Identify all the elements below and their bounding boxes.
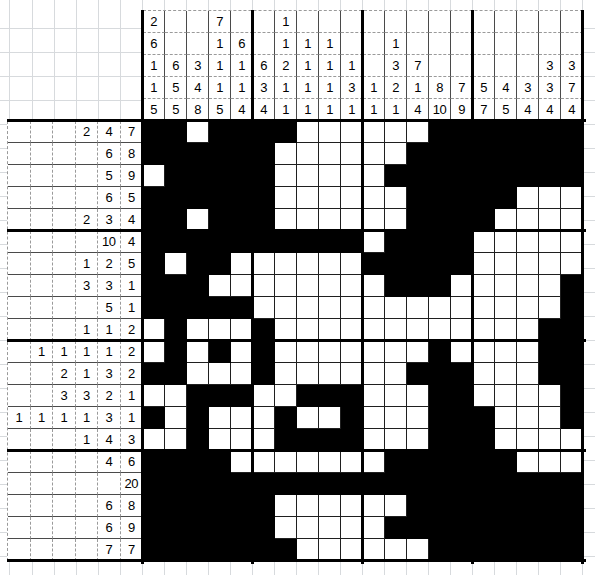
- grid-cell-r13-c4[interactable]: [209, 385, 231, 407]
- grid-cell-r18-c20[interactable]: [561, 495, 583, 517]
- grid-cell-r19-c17[interactable]: [495, 517, 517, 539]
- grid-cell-r11-c1[interactable]: [143, 341, 165, 363]
- grid-cell-r7-c5[interactable]: [231, 253, 253, 275]
- grid-cell-r4-c12[interactable]: [385, 187, 407, 209]
- grid-cell-r7-c15[interactable]: [451, 253, 473, 275]
- grid-cell-r18-c3[interactable]: [187, 495, 209, 517]
- grid-cell-r12-c18[interactable]: [517, 363, 539, 385]
- grid-cell-r7-c17[interactable]: [495, 253, 517, 275]
- grid-cell-r16-c16[interactable]: [473, 451, 495, 473]
- grid-cell-r8-c18[interactable]: [517, 275, 539, 297]
- grid-cell-r2-c14[interactable]: [429, 143, 451, 165]
- grid-cell-r13-c3[interactable]: [187, 385, 209, 407]
- grid-cell-r20-c11[interactable]: [363, 539, 385, 561]
- grid-cell-r4-c10[interactable]: [341, 187, 363, 209]
- grid-cell-r3-c2[interactable]: [165, 165, 187, 187]
- grid-cell-r12-c10[interactable]: [341, 363, 363, 385]
- grid-cell-r18-c19[interactable]: [539, 495, 561, 517]
- grid-cell-r14-c15[interactable]: [451, 407, 473, 429]
- grid-cell-r15-c15[interactable]: [451, 429, 473, 451]
- grid-cell-r17-c5[interactable]: [231, 473, 253, 495]
- grid-cell-r5-c14[interactable]: [429, 209, 451, 231]
- grid-cell-r8-c8[interactable]: [297, 275, 319, 297]
- grid-cell-r6-c20[interactable]: [561, 231, 583, 253]
- grid-cell-r8-c16[interactable]: [473, 275, 495, 297]
- grid-cell-r11-c17[interactable]: [495, 341, 517, 363]
- grid-cell-r10-c1[interactable]: [143, 319, 165, 341]
- grid-cell-r20-c5[interactable]: [231, 539, 253, 561]
- grid-cell-r9-c5[interactable]: [231, 297, 253, 319]
- grid-cell-r5-c10[interactable]: [341, 209, 363, 231]
- grid-cell-r16-c14[interactable]: [429, 451, 451, 473]
- grid-cell-r13-c10[interactable]: [341, 385, 363, 407]
- grid-cell-r13-c2[interactable]: [165, 385, 187, 407]
- grid-cell-r6-c6[interactable]: [253, 231, 275, 253]
- grid-cell-r19-c10[interactable]: [341, 517, 363, 539]
- grid-cell-r6-c14[interactable]: [429, 231, 451, 253]
- grid-cell-r13-c7[interactable]: [275, 385, 297, 407]
- grid-cell-r19-c12[interactable]: [385, 517, 407, 539]
- grid-cell-r9-c20[interactable]: [561, 297, 583, 319]
- grid-cell-r10-c9[interactable]: [319, 319, 341, 341]
- grid-cell-r8-c12[interactable]: [385, 275, 407, 297]
- grid-cell-r17-c15[interactable]: [451, 473, 473, 495]
- grid-cell-r3-c15[interactable]: [451, 165, 473, 187]
- grid-cell-r1-c7[interactable]: [275, 121, 297, 143]
- grid-cell-r8-c4[interactable]: [209, 275, 231, 297]
- grid-cell-r3-c6[interactable]: [253, 165, 275, 187]
- grid-cell-r11-c18[interactable]: [517, 341, 539, 363]
- grid-cell-r3-c16[interactable]: [473, 165, 495, 187]
- grid-cell-r6-c17[interactable]: [495, 231, 517, 253]
- grid-cell-r6-c10[interactable]: [341, 231, 363, 253]
- grid-cell-r4-c13[interactable]: [407, 187, 429, 209]
- grid-cell-r13-c13[interactable]: [407, 385, 429, 407]
- grid-cell-r10-c15[interactable]: [451, 319, 473, 341]
- grid-cell-r18-c5[interactable]: [231, 495, 253, 517]
- grid-cell-r14-c6[interactable]: [253, 407, 275, 429]
- grid-cell-r15-c14[interactable]: [429, 429, 451, 451]
- grid-cell-r8-c13[interactable]: [407, 275, 429, 297]
- grid-cell-r7-c13[interactable]: [407, 253, 429, 275]
- grid-cell-r20-c20[interactable]: [561, 539, 583, 561]
- grid-cell-r13-c12[interactable]: [385, 385, 407, 407]
- grid-cell-r5-c5[interactable]: [231, 209, 253, 231]
- grid-cell-r12-c11[interactable]: [363, 363, 385, 385]
- grid-cell-r17-c19[interactable]: [539, 473, 561, 495]
- grid-cell-r6-c5[interactable]: [231, 231, 253, 253]
- grid-cell-r3-c9[interactable]: [319, 165, 341, 187]
- grid-cell-r7-c7[interactable]: [275, 253, 297, 275]
- grid-cell-r1-c18[interactable]: [517, 121, 539, 143]
- grid-cell-r2-c16[interactable]: [473, 143, 495, 165]
- grid-cell-r3-c8[interactable]: [297, 165, 319, 187]
- grid-cell-r17-c2[interactable]: [165, 473, 187, 495]
- grid-cell-r9-c2[interactable]: [165, 297, 187, 319]
- grid-cell-r1-c1[interactable]: [143, 121, 165, 143]
- grid-cell-r17-c10[interactable]: [341, 473, 363, 495]
- grid-cell-r9-c1[interactable]: [143, 297, 165, 319]
- grid-cell-r19-c8[interactable]: [297, 517, 319, 539]
- grid-cell-r17-c11[interactable]: [363, 473, 385, 495]
- grid-cell-r13-c14[interactable]: [429, 385, 451, 407]
- grid-cell-r13-c1[interactable]: [143, 385, 165, 407]
- grid-cell-r14-c14[interactable]: [429, 407, 451, 429]
- grid-cell-r1-c20[interactable]: [561, 121, 583, 143]
- grid-cell-r20-c4[interactable]: [209, 539, 231, 561]
- grid-cell-r15-c4[interactable]: [209, 429, 231, 451]
- grid-cell-r5-c9[interactable]: [319, 209, 341, 231]
- grid-cell-r20-c12[interactable]: [385, 539, 407, 561]
- grid-cell-r9-c10[interactable]: [341, 297, 363, 319]
- grid-cell-r17-c3[interactable]: [187, 473, 209, 495]
- grid-cell-r16-c11[interactable]: [363, 451, 385, 473]
- grid-cell-r1-c11[interactable]: [363, 121, 385, 143]
- grid-cell-r9-c7[interactable]: [275, 297, 297, 319]
- grid-cell-r10-c8[interactable]: [297, 319, 319, 341]
- grid-cell-r5-c4[interactable]: [209, 209, 231, 231]
- grid-cell-r8-c11[interactable]: [363, 275, 385, 297]
- grid-cell-r2-c15[interactable]: [451, 143, 473, 165]
- grid-cell-r4-c5[interactable]: [231, 187, 253, 209]
- grid-cell-r15-c8[interactable]: [297, 429, 319, 451]
- grid-cell-r15-c2[interactable]: [165, 429, 187, 451]
- grid-cell-r16-c20[interactable]: [561, 451, 583, 473]
- grid-cell-r14-c7[interactable]: [275, 407, 297, 429]
- grid-cell-r16-c12[interactable]: [385, 451, 407, 473]
- grid-cell-r19-c1[interactable]: [143, 517, 165, 539]
- grid-cell-r20-c14[interactable]: [429, 539, 451, 561]
- grid-cell-r10-c14[interactable]: [429, 319, 451, 341]
- grid-cell-r4-c4[interactable]: [209, 187, 231, 209]
- grid-cell-r18-c18[interactable]: [517, 495, 539, 517]
- grid-cell-r3-c14[interactable]: [429, 165, 451, 187]
- grid-cell-r1-c9[interactable]: [319, 121, 341, 143]
- grid-cell-r18-c7[interactable]: [275, 495, 297, 517]
- grid-cell-r20-c17[interactable]: [495, 539, 517, 561]
- grid-cell-r8-c3[interactable]: [187, 275, 209, 297]
- grid-cell-r14-c16[interactable]: [473, 407, 495, 429]
- grid-cell-r19-c18[interactable]: [517, 517, 539, 539]
- grid-cell-r19-c3[interactable]: [187, 517, 209, 539]
- grid-cell-r6-c7[interactable]: [275, 231, 297, 253]
- grid-cell-r9-c18[interactable]: [517, 297, 539, 319]
- grid-cell-r2-c8[interactable]: [297, 143, 319, 165]
- grid-cell-r15-c5[interactable]: [231, 429, 253, 451]
- grid-cell-r2-c3[interactable]: [187, 143, 209, 165]
- grid-cell-r8-c6[interactable]: [253, 275, 275, 297]
- grid-cell-r11-c4[interactable]: [209, 341, 231, 363]
- grid-cell-r3-c4[interactable]: [209, 165, 231, 187]
- grid-cell-r1-c10[interactable]: [341, 121, 363, 143]
- grid-cell-r19-c19[interactable]: [539, 517, 561, 539]
- grid-cell-r18-c2[interactable]: [165, 495, 187, 517]
- grid-cell-r11-c12[interactable]: [385, 341, 407, 363]
- grid-cell-r4-c9[interactable]: [319, 187, 341, 209]
- grid-cell-r6-c4[interactable]: [209, 231, 231, 253]
- grid-cell-r16-c6[interactable]: [253, 451, 275, 473]
- grid-cell-r13-c16[interactable]: [473, 385, 495, 407]
- grid-cell-r5-c3[interactable]: [187, 209, 209, 231]
- grid-cell-r14-c5[interactable]: [231, 407, 253, 429]
- grid-cell-r6-c12[interactable]: [385, 231, 407, 253]
- grid-cell-r8-c10[interactable]: [341, 275, 363, 297]
- grid-cell-r14-c11[interactable]: [363, 407, 385, 429]
- grid-cell-r9-c13[interactable]: [407, 297, 429, 319]
- grid-cell-r6-c11[interactable]: [363, 231, 385, 253]
- grid-cell-r10-c20[interactable]: [561, 319, 583, 341]
- grid-cell-r20-c13[interactable]: [407, 539, 429, 561]
- grid-cell-r16-c13[interactable]: [407, 451, 429, 473]
- grid-cell-r20-c16[interactable]: [473, 539, 495, 561]
- grid-cell-r12-c5[interactable]: [231, 363, 253, 385]
- grid-cell-r11-c14[interactable]: [429, 341, 451, 363]
- grid-cell-r1-c2[interactable]: [165, 121, 187, 143]
- grid-cell-r18-c16[interactable]: [473, 495, 495, 517]
- grid-cell-r10-c13[interactable]: [407, 319, 429, 341]
- grid-cell-r17-c14[interactable]: [429, 473, 451, 495]
- grid-cell-r6-c19[interactable]: [539, 231, 561, 253]
- grid-cell-r9-c6[interactable]: [253, 297, 275, 319]
- grid-cell-r9-c16[interactable]: [473, 297, 495, 319]
- grid-cell-r6-c9[interactable]: [319, 231, 341, 253]
- grid-cell-r12-c12[interactable]: [385, 363, 407, 385]
- grid-cell-r11-c15[interactable]: [451, 341, 473, 363]
- grid-cell-r2-c5[interactable]: [231, 143, 253, 165]
- grid-cell-r3-c11[interactable]: [363, 165, 385, 187]
- grid-cell-r15-c19[interactable]: [539, 429, 561, 451]
- grid-cell-r15-c17[interactable]: [495, 429, 517, 451]
- grid-cell-r15-c10[interactable]: [341, 429, 363, 451]
- grid-cell-r2-c2[interactable]: [165, 143, 187, 165]
- grid-cell-r8-c1[interactable]: [143, 275, 165, 297]
- grid-cell-r18-c6[interactable]: [253, 495, 275, 517]
- grid-cell-r16-c8[interactable]: [297, 451, 319, 473]
- grid-cell-r19-c14[interactable]: [429, 517, 451, 539]
- grid-cell-r3-c18[interactable]: [517, 165, 539, 187]
- grid-cell-r15-c13[interactable]: [407, 429, 429, 451]
- grid-cell-r4-c8[interactable]: [297, 187, 319, 209]
- grid-cell-r18-c11[interactable]: [363, 495, 385, 517]
- grid-cell-r9-c17[interactable]: [495, 297, 517, 319]
- grid-cell-r13-c20[interactable]: [561, 385, 583, 407]
- grid-cell-r19-c5[interactable]: [231, 517, 253, 539]
- grid-cell-r16-c19[interactable]: [539, 451, 561, 473]
- grid-cell-r9-c14[interactable]: [429, 297, 451, 319]
- grid-cell-r8-c19[interactable]: [539, 275, 561, 297]
- grid-cell-r17-c16[interactable]: [473, 473, 495, 495]
- grid-cell-r1-c17[interactable]: [495, 121, 517, 143]
- grid-cell-r11-c8[interactable]: [297, 341, 319, 363]
- grid-cell-r1-c13[interactable]: [407, 121, 429, 143]
- grid-cell-r14-c12[interactable]: [385, 407, 407, 429]
- grid-cell-r15-c12[interactable]: [385, 429, 407, 451]
- grid-cell-r19-c20[interactable]: [561, 517, 583, 539]
- grid-cell-r3-c10[interactable]: [341, 165, 363, 187]
- grid-cell-r4-c7[interactable]: [275, 187, 297, 209]
- grid-cell-r9-c11[interactable]: [363, 297, 385, 319]
- grid-cell-r18-c15[interactable]: [451, 495, 473, 517]
- grid-cell-r12-c4[interactable]: [209, 363, 231, 385]
- grid-cell-r2-c11[interactable]: [363, 143, 385, 165]
- grid-cell-r1-c19[interactable]: [539, 121, 561, 143]
- grid-cell-r11-c20[interactable]: [561, 341, 583, 363]
- grid-cell-r3-c13[interactable]: [407, 165, 429, 187]
- grid-cell-r15-c6[interactable]: [253, 429, 275, 451]
- grid-cell-r20-c10[interactable]: [341, 539, 363, 561]
- grid-cell-r10-c18[interactable]: [517, 319, 539, 341]
- grid-cell-r7-c20[interactable]: [561, 253, 583, 275]
- grid-cell-r16-c2[interactable]: [165, 451, 187, 473]
- grid-cell-r7-c4[interactable]: [209, 253, 231, 275]
- grid-cell-r7-c11[interactable]: [363, 253, 385, 275]
- grid-cell-r3-c5[interactable]: [231, 165, 253, 187]
- grid-cell-r1-c6[interactable]: [253, 121, 275, 143]
- grid-cell-r12-c1[interactable]: [143, 363, 165, 385]
- grid-cell-r14-c3[interactable]: [187, 407, 209, 429]
- grid-cell-r1-c14[interactable]: [429, 121, 451, 143]
- grid-cell-r4-c19[interactable]: [539, 187, 561, 209]
- grid-cell-r4-c18[interactable]: [517, 187, 539, 209]
- grid-cell-r11-c11[interactable]: [363, 341, 385, 363]
- grid-cell-r5-c1[interactable]: [143, 209, 165, 231]
- grid-cell-r1-c4[interactable]: [209, 121, 231, 143]
- grid-cell-r4-c3[interactable]: [187, 187, 209, 209]
- grid-cell-r15-c20[interactable]: [561, 429, 583, 451]
- grid-cell-r13-c9[interactable]: [319, 385, 341, 407]
- grid-cell-r17-c17[interactable]: [495, 473, 517, 495]
- grid-cell-r15-c11[interactable]: [363, 429, 385, 451]
- grid-cell-r8-c7[interactable]: [275, 275, 297, 297]
- grid-cell-r14-c20[interactable]: [561, 407, 583, 429]
- grid-cell-r16-c17[interactable]: [495, 451, 517, 473]
- grid-cell-r20-c15[interactable]: [451, 539, 473, 561]
- grid-cell-r17-c1[interactable]: [143, 473, 165, 495]
- grid-cell-r12-c2[interactable]: [165, 363, 187, 385]
- grid-cell-r13-c18[interactable]: [517, 385, 539, 407]
- grid-cell-r14-c9[interactable]: [319, 407, 341, 429]
- grid-cell-r11-c5[interactable]: [231, 341, 253, 363]
- grid-cell-r12-c16[interactable]: [473, 363, 495, 385]
- grid-cell-r6-c18[interactable]: [517, 231, 539, 253]
- grid-cell-r4-c16[interactable]: [473, 187, 495, 209]
- grid-cell-r14-c4[interactable]: [209, 407, 231, 429]
- grid-cell-r10-c10[interactable]: [341, 319, 363, 341]
- grid-cell-r14-c8[interactable]: [297, 407, 319, 429]
- grid-cell-r20-c6[interactable]: [253, 539, 275, 561]
- grid-cell-r5-c8[interactable]: [297, 209, 319, 231]
- grid-cell-r18-c4[interactable]: [209, 495, 231, 517]
- grid-cell-r18-c8[interactable]: [297, 495, 319, 517]
- grid-cell-r8-c5[interactable]: [231, 275, 253, 297]
- grid-cell-r12-c13[interactable]: [407, 363, 429, 385]
- grid-cell-r9-c12[interactable]: [385, 297, 407, 319]
- grid-cell-r19-c11[interactable]: [363, 517, 385, 539]
- grid-cell-r5-c12[interactable]: [385, 209, 407, 231]
- grid-cell-r9-c9[interactable]: [319, 297, 341, 319]
- grid-cell-r4-c20[interactable]: [561, 187, 583, 209]
- grid-cell-r14-c17[interactable]: [495, 407, 517, 429]
- grid-cell-r19-c15[interactable]: [451, 517, 473, 539]
- grid-cell-r10-c6[interactable]: [253, 319, 275, 341]
- grid-cell-r11-c2[interactable]: [165, 341, 187, 363]
- grid-cell-r15-c16[interactable]: [473, 429, 495, 451]
- grid-cell-r7-c3[interactable]: [187, 253, 209, 275]
- grid-cell-r9-c19[interactable]: [539, 297, 561, 319]
- grid-cell-r19-c16[interactable]: [473, 517, 495, 539]
- grid-cell-r10-c17[interactable]: [495, 319, 517, 341]
- grid-cell-r2-c6[interactable]: [253, 143, 275, 165]
- grid-cell-r12-c8[interactable]: [297, 363, 319, 385]
- grid-cell-r6-c15[interactable]: [451, 231, 473, 253]
- grid-cell-r1-c16[interactable]: [473, 121, 495, 143]
- grid-cell-r5-c15[interactable]: [451, 209, 473, 231]
- grid-cell-r13-c15[interactable]: [451, 385, 473, 407]
- grid-cell-r4-c17[interactable]: [495, 187, 517, 209]
- grid-cell-r20-c7[interactable]: [275, 539, 297, 561]
- grid-cell-r18-c14[interactable]: [429, 495, 451, 517]
- grid-cell-r3-c1[interactable]: [143, 165, 165, 187]
- grid-cell-r16-c1[interactable]: [143, 451, 165, 473]
- grid-cell-r20-c1[interactable]: [143, 539, 165, 561]
- grid-cell-r2-c12[interactable]: [385, 143, 407, 165]
- grid-cell-r17-c7[interactable]: [275, 473, 297, 495]
- grid-cell-r14-c2[interactable]: [165, 407, 187, 429]
- grid-cell-r17-c8[interactable]: [297, 473, 319, 495]
- grid-cell-r13-c6[interactable]: [253, 385, 275, 407]
- grid-cell-r20-c9[interactable]: [319, 539, 341, 561]
- grid-cell-r12-c15[interactable]: [451, 363, 473, 385]
- grid-cell-r19-c13[interactable]: [407, 517, 429, 539]
- grid-cell-r18-c9[interactable]: [319, 495, 341, 517]
- grid-cell-r19-c6[interactable]: [253, 517, 275, 539]
- grid-cell-r5-c17[interactable]: [495, 209, 517, 231]
- grid-cell-r10-c16[interactable]: [473, 319, 495, 341]
- grid-cell-r17-c6[interactable]: [253, 473, 275, 495]
- grid-cell-r10-c2[interactable]: [165, 319, 187, 341]
- grid-cell-r1-c8[interactable]: [297, 121, 319, 143]
- grid-cell-r7-c2[interactable]: [165, 253, 187, 275]
- grid-cell-r7-c1[interactable]: [143, 253, 165, 275]
- grid-cell-r1-c12[interactable]: [385, 121, 407, 143]
- grid-cell-r9-c8[interactable]: [297, 297, 319, 319]
- grid-cell-r11-c19[interactable]: [539, 341, 561, 363]
- grid-cell-r17-c9[interactable]: [319, 473, 341, 495]
- grid-cell-r2-c13[interactable]: [407, 143, 429, 165]
- grid-cell-r16-c3[interactable]: [187, 451, 209, 473]
- grid-cell-r20-c8[interactable]: [297, 539, 319, 561]
- grid-cell-r2-c7[interactable]: [275, 143, 297, 165]
- grid-cell-r13-c19[interactable]: [539, 385, 561, 407]
- grid-cell-r17-c20[interactable]: [561, 473, 583, 495]
- grid-cell-r20-c2[interactable]: [165, 539, 187, 561]
- grid-cell-r15-c18[interactable]: [517, 429, 539, 451]
- grid-cell-r16-c10[interactable]: [341, 451, 363, 473]
- grid-cell-r10-c7[interactable]: [275, 319, 297, 341]
- grid-cell-r17-c4[interactable]: [209, 473, 231, 495]
- grid-cell-r6-c16[interactable]: [473, 231, 495, 253]
- grid-cell-r11-c10[interactable]: [341, 341, 363, 363]
- grid-cell-r5-c16[interactable]: [473, 209, 495, 231]
- grid-cell-r2-c1[interactable]: [143, 143, 165, 165]
- grid-cell-r10-c4[interactable]: [209, 319, 231, 341]
- grid-cell-r7-c10[interactable]: [341, 253, 363, 275]
- grid-cell-r16-c4[interactable]: [209, 451, 231, 473]
- grid-cell-r8-c15[interactable]: [451, 275, 473, 297]
- grid-cell-r4-c6[interactable]: [253, 187, 275, 209]
- grid-cell-r5-c2[interactable]: [165, 209, 187, 231]
- grid-cell-r3-c19[interactable]: [539, 165, 561, 187]
